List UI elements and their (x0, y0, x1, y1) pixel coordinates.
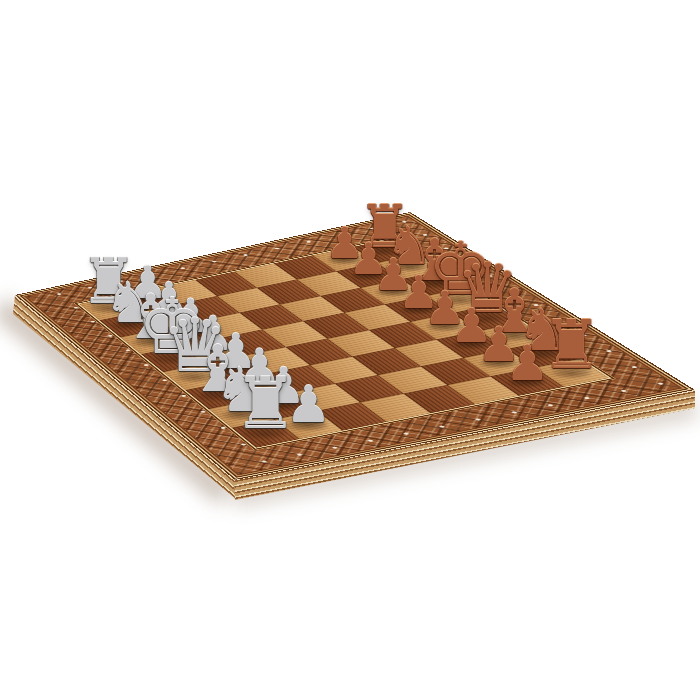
chess-board (15, 212, 695, 480)
chess-set-photo: ♜♟♞♟♝♟♟♚♜♟♟♛♞♟♟♝♝♟♟♞♚♟♟♜♛♟♟♝♟♞♟♜ (0, 0, 700, 700)
